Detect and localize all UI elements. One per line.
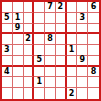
sudoku-given-r2c8[interactable]: 3 (77, 13, 88, 24)
sudoku-cell-r6c3[interactable] (24, 56, 35, 67)
sudoku-given-r5c1[interactable]: 3 (2, 45, 13, 56)
sudoku-cell-r5c4[interactable] (34, 45, 45, 56)
sudoku-cell-r8c3[interactable] (24, 77, 35, 88)
sudoku-cell-r8c1[interactable] (2, 77, 13, 88)
sudoku-cell-r7c6[interactable] (56, 67, 67, 78)
sudoku-cell-r9c3[interactable] (24, 88, 35, 99)
sudoku-cell-r6c5[interactable] (45, 56, 56, 67)
sudoku-cell-r7c8[interactable] (77, 67, 88, 78)
sudoku-cell-r5c3[interactable] (24, 45, 35, 56)
sudoku-given-r6c4[interactable]: 5 (34, 56, 45, 67)
sudoku-cell-r8c6[interactable] (56, 77, 67, 88)
sudoku-cell-r2c3[interactable] (24, 13, 35, 24)
sudoku-cell-r5c5[interactable] (45, 45, 56, 56)
sudoku-cell-r5c6[interactable] (56, 45, 67, 56)
sudoku-cell-r7c4[interactable] (34, 67, 45, 78)
sudoku-cell-r9c4[interactable] (34, 88, 45, 99)
sudoku-cell-r5c8[interactable] (77, 45, 88, 56)
sudoku-cell-r6c6[interactable] (56, 56, 67, 67)
sudoku-cell-r6c2[interactable] (13, 56, 24, 67)
sudoku-cell-r3c9[interactable] (88, 24, 99, 35)
sudoku-cell-r4c7[interactable] (67, 34, 78, 45)
sudoku-cell-r4c6[interactable] (56, 34, 67, 45)
sudoku-cell-r4c8[interactable] (77, 34, 88, 45)
sudoku-cell-r2c7[interactable] (67, 13, 78, 24)
sudoku-given-r6c8[interactable]: 9 (77, 56, 88, 67)
sudoku-cell-r3c5[interactable] (45, 24, 56, 35)
sudoku-cell-r8c7[interactable] (67, 77, 78, 88)
sudoku-cell-r3c8[interactable] (77, 24, 88, 35)
sudoku-cell-r8c5[interactable] (45, 77, 56, 88)
sudoku-given-r1c9[interactable]: 6 (88, 2, 99, 13)
sudoku-given-r4c3[interactable]: 2 (24, 34, 35, 45)
sudoku-given-r1c5[interactable]: 7 (45, 2, 56, 13)
sudoku-cell-r2c5[interactable] (45, 13, 56, 24)
sudoku-given-r8c4[interactable]: 1 (34, 77, 45, 88)
sudoku-cell-r7c2[interactable] (13, 67, 24, 78)
sudoku-given-r1c6[interactable]: 2 (56, 2, 67, 13)
sudoku-cell-r8c2[interactable] (13, 77, 24, 88)
sudoku-given-r3c2[interactable]: 9 (13, 24, 24, 35)
sudoku-given-r9c7[interactable]: 2 (67, 88, 78, 99)
sudoku-cell-r1c8[interactable] (77, 2, 88, 13)
sudoku-cell-r8c9[interactable] (88, 77, 99, 88)
sudoku-given-r5c7[interactable]: 1 (67, 45, 78, 56)
sudoku-given-r2c2[interactable]: 1 (13, 13, 24, 24)
sudoku-cell-r6c9[interactable] (88, 56, 99, 67)
sudoku-board: 72651392831594812 (0, 0, 101, 101)
sudoku-cell-r3c4[interactable] (34, 24, 45, 35)
sudoku-cell-r2c4[interactable] (34, 13, 45, 24)
sudoku-cell-r5c2[interactable] (13, 45, 24, 56)
sudoku-cell-r2c6[interactable] (56, 13, 67, 24)
sudoku-cell-r3c7[interactable] (67, 24, 78, 35)
sudoku-cell-r4c1[interactable] (2, 34, 13, 45)
sudoku-given-r7c1[interactable]: 4 (2, 67, 13, 78)
sudoku-cell-r9c5[interactable] (45, 88, 56, 99)
sudoku-cell-r9c8[interactable] (77, 88, 88, 99)
sudoku-given-r2c1[interactable]: 5 (2, 13, 13, 24)
sudoku-cell-r1c4[interactable] (34, 2, 45, 13)
sudoku-cell-r9c6[interactable] (56, 88, 67, 99)
sudoku-cell-r9c2[interactable] (13, 88, 24, 99)
sudoku-cell-r3c3[interactable] (24, 24, 35, 35)
sudoku-cell-r1c7[interactable] (67, 2, 78, 13)
sudoku-cell-r9c1[interactable] (2, 88, 13, 99)
sudoku-cell-r4c9[interactable] (88, 34, 99, 45)
sudoku-cell-r8c8[interactable] (77, 77, 88, 88)
sudoku-cell-r4c4[interactable] (34, 34, 45, 45)
sudoku-given-r4c5[interactable]: 8 (45, 34, 56, 45)
sudoku-cell-r1c2[interactable] (13, 2, 24, 13)
sudoku-cell-r1c1[interactable] (2, 2, 13, 13)
sudoku-given-r7c9[interactable]: 8 (88, 67, 99, 78)
sudoku-cell-r7c3[interactable] (24, 67, 35, 78)
sudoku-cell-r9c9[interactable] (88, 88, 99, 99)
sudoku-cell-r4c2[interactable] (13, 34, 24, 45)
sudoku-cell-r3c6[interactable] (56, 24, 67, 35)
sudoku-cell-r1c3[interactable] (24, 2, 35, 13)
sudoku-cell-r6c1[interactable] (2, 56, 13, 67)
sudoku-cell-r6c7[interactable] (67, 56, 78, 67)
sudoku-cell-r2c9[interactable] (88, 13, 99, 24)
sudoku-cell-r5c9[interactable] (88, 45, 99, 56)
sudoku-cell-r7c5[interactable] (45, 67, 56, 78)
sudoku-cell-r3c1[interactable] (2, 24, 13, 35)
sudoku-cell-r7c7[interactable] (67, 67, 78, 78)
